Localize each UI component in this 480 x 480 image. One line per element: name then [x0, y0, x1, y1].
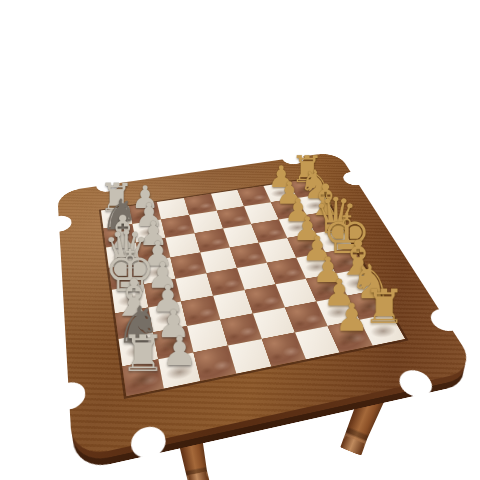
silver-rook-glyph: ♜: [120, 329, 165, 379]
chess-table-photo: ♜♟♟♜♞♟♟♞♝♟♟♝♛♟♟♛♚♟♟♚♝♟♟♝♞♟♟♞♜♟♟♜: [0, 0, 480, 480]
piece-silver-rook: ♜: [122, 359, 164, 396]
corner-scallop-notch: [46, 214, 72, 233]
table-3d-group: ♜♟♟♜♞♟♟♞♝♟♟♝♛♟♟♛♚♟♟♚♝♟♟♝♞♟♟♞♜♟♟♜: [57, 151, 478, 458]
chessboard: ♜♟♟♜♞♟♟♞♝♟♟♝♛♟♟♛♚♟♟♚♝♟♟♝♞♟♟♞♜♟♟♜: [101, 178, 405, 396]
tabletop-wood: ♜♟♟♜♞♟♟♞♝♟♟♝♛♟♟♛♚♟♟♚♝♟♟♝♞♟♟♞♜♟♟♜: [57, 151, 478, 458]
corner-scallop-notch: [426, 307, 466, 334]
corner-scallop-notch: [52, 380, 86, 413]
gold-pawn-glyph: ♟: [335, 298, 369, 336]
silver-pawn-glyph: ♟: [162, 331, 198, 371]
gold-rook-glyph: ♜: [363, 283, 405, 330]
